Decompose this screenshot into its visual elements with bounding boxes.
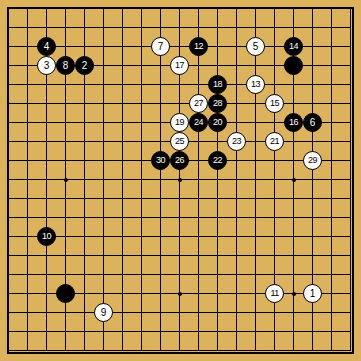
intersection[interactable] xyxy=(37,322,56,341)
intersection[interactable] xyxy=(322,208,341,227)
intersection[interactable] xyxy=(113,189,132,208)
intersection[interactable] xyxy=(132,18,151,37)
intersection[interactable] xyxy=(246,246,265,265)
intersection[interactable] xyxy=(0,75,18,94)
intersection[interactable] xyxy=(56,246,75,265)
intersection[interactable] xyxy=(284,56,303,75)
intersection[interactable] xyxy=(18,18,37,37)
intersection[interactable] xyxy=(113,0,132,18)
intersection[interactable] xyxy=(322,265,341,284)
intersection[interactable] xyxy=(132,208,151,227)
intersection[interactable] xyxy=(303,56,322,75)
intersection[interactable] xyxy=(132,151,151,170)
intersection[interactable] xyxy=(94,189,113,208)
intersection[interactable] xyxy=(0,132,18,151)
intersection[interactable] xyxy=(284,0,303,18)
intersection[interactable] xyxy=(132,322,151,341)
intersection[interactable] xyxy=(303,75,322,94)
intersection[interactable] xyxy=(18,113,37,132)
intersection[interactable] xyxy=(246,265,265,284)
intersection[interactable] xyxy=(18,132,37,151)
intersection[interactable] xyxy=(75,227,94,246)
intersection[interactable] xyxy=(265,189,284,208)
intersection[interactable] xyxy=(56,284,75,303)
intersection[interactable] xyxy=(265,0,284,18)
intersection[interactable] xyxy=(37,151,56,170)
intersection[interactable] xyxy=(341,94,360,113)
intersection[interactable] xyxy=(303,18,322,37)
intersection[interactable] xyxy=(227,75,246,94)
intersection[interactable] xyxy=(151,284,170,303)
intersection[interactable] xyxy=(189,132,208,151)
intersection[interactable] xyxy=(0,341,18,360)
intersection[interactable] xyxy=(189,341,208,360)
intersection[interactable] xyxy=(113,113,132,132)
intersection[interactable] xyxy=(94,341,113,360)
intersection[interactable] xyxy=(189,265,208,284)
intersection[interactable] xyxy=(113,18,132,37)
intersection[interactable] xyxy=(132,341,151,360)
intersection[interactable] xyxy=(0,56,18,75)
intersection[interactable] xyxy=(56,37,75,56)
intersection[interactable]: 21 xyxy=(265,132,284,151)
intersection[interactable] xyxy=(227,113,246,132)
intersection[interactable] xyxy=(189,56,208,75)
intersection[interactable] xyxy=(0,151,18,170)
intersection[interactable] xyxy=(75,18,94,37)
intersection[interactable] xyxy=(322,341,341,360)
intersection[interactable] xyxy=(284,246,303,265)
intersection[interactable] xyxy=(113,246,132,265)
intersection[interactable] xyxy=(56,151,75,170)
intersection[interactable] xyxy=(227,170,246,189)
intersection[interactable] xyxy=(151,94,170,113)
intersection[interactable] xyxy=(227,189,246,208)
intersection[interactable] xyxy=(322,322,341,341)
intersection[interactable] xyxy=(227,37,246,56)
intersection[interactable] xyxy=(246,113,265,132)
intersection[interactable] xyxy=(227,56,246,75)
intersection[interactable] xyxy=(303,341,322,360)
intersection[interactable] xyxy=(227,94,246,113)
intersection[interactable] xyxy=(75,37,94,56)
intersection[interactable] xyxy=(75,208,94,227)
intersection[interactable]: 7 xyxy=(151,37,170,56)
intersection[interactable] xyxy=(75,322,94,341)
intersection[interactable] xyxy=(37,75,56,94)
intersection[interactable] xyxy=(56,75,75,94)
intersection[interactable] xyxy=(18,303,37,322)
intersection[interactable] xyxy=(37,265,56,284)
intersection[interactable] xyxy=(170,303,189,322)
intersection[interactable] xyxy=(170,265,189,284)
intersection[interactable]: 18 xyxy=(208,75,227,94)
intersection[interactable] xyxy=(75,94,94,113)
intersection[interactable]: 8 xyxy=(56,56,75,75)
intersection[interactable] xyxy=(303,265,322,284)
intersection[interactable] xyxy=(151,246,170,265)
intersection[interactable]: 11 xyxy=(265,284,284,303)
intersection[interactable] xyxy=(18,151,37,170)
intersection[interactable] xyxy=(132,0,151,18)
intersection[interactable] xyxy=(0,246,18,265)
intersection[interactable] xyxy=(322,18,341,37)
intersection[interactable]: 25 xyxy=(170,132,189,151)
intersection[interactable] xyxy=(0,37,18,56)
intersection[interactable] xyxy=(132,170,151,189)
intersection[interactable] xyxy=(113,284,132,303)
intersection[interactable]: 24 xyxy=(189,113,208,132)
intersection[interactable] xyxy=(94,0,113,18)
intersection[interactable] xyxy=(246,151,265,170)
intersection[interactable] xyxy=(170,18,189,37)
intersection[interactable] xyxy=(246,322,265,341)
intersection[interactable] xyxy=(151,56,170,75)
intersection[interactable] xyxy=(303,170,322,189)
intersection[interactable] xyxy=(75,189,94,208)
intersection[interactable] xyxy=(75,303,94,322)
intersection[interactable]: 27 xyxy=(189,94,208,113)
intersection[interactable] xyxy=(322,37,341,56)
intersection[interactable] xyxy=(18,227,37,246)
intersection[interactable] xyxy=(322,227,341,246)
intersection[interactable] xyxy=(56,189,75,208)
intersection[interactable] xyxy=(265,341,284,360)
intersection[interactable] xyxy=(132,265,151,284)
intersection[interactable] xyxy=(0,284,18,303)
intersection[interactable] xyxy=(56,132,75,151)
intersection[interactable] xyxy=(94,56,113,75)
intersection[interactable] xyxy=(322,170,341,189)
intersection[interactable] xyxy=(265,303,284,322)
intersection[interactable] xyxy=(56,94,75,113)
intersection[interactable] xyxy=(151,265,170,284)
intersection[interactable] xyxy=(0,170,18,189)
intersection[interactable] xyxy=(208,56,227,75)
intersection[interactable] xyxy=(113,75,132,94)
intersection[interactable]: 23 xyxy=(227,132,246,151)
intersection[interactable] xyxy=(322,113,341,132)
intersection[interactable] xyxy=(37,113,56,132)
intersection[interactable] xyxy=(341,227,360,246)
intersection[interactable] xyxy=(303,37,322,56)
intersection[interactable] xyxy=(246,18,265,37)
intersection[interactable]: 28 xyxy=(208,94,227,113)
intersection[interactable] xyxy=(189,189,208,208)
intersection[interactable] xyxy=(75,113,94,132)
intersection[interactable] xyxy=(208,37,227,56)
intersection[interactable] xyxy=(341,189,360,208)
intersection[interactable] xyxy=(113,56,132,75)
intersection[interactable] xyxy=(227,265,246,284)
intersection[interactable] xyxy=(284,303,303,322)
intersection[interactable] xyxy=(341,322,360,341)
intersection[interactable] xyxy=(227,246,246,265)
intersection[interactable] xyxy=(284,322,303,341)
intersection[interactable] xyxy=(94,151,113,170)
intersection[interactable] xyxy=(113,227,132,246)
intersection[interactable] xyxy=(56,113,75,132)
intersection[interactable]: 1 xyxy=(303,284,322,303)
intersection[interactable] xyxy=(341,151,360,170)
intersection[interactable] xyxy=(37,284,56,303)
intersection[interactable]: 4 xyxy=(37,37,56,56)
intersection[interactable] xyxy=(0,208,18,227)
intersection[interactable] xyxy=(18,37,37,56)
intersection[interactable] xyxy=(170,246,189,265)
intersection[interactable] xyxy=(208,227,227,246)
intersection[interactable] xyxy=(265,322,284,341)
intersection[interactable] xyxy=(37,18,56,37)
intersection[interactable] xyxy=(246,94,265,113)
intersection[interactable] xyxy=(151,0,170,18)
intersection[interactable] xyxy=(265,246,284,265)
intersection[interactable] xyxy=(189,303,208,322)
intersection[interactable] xyxy=(0,189,18,208)
intersection[interactable] xyxy=(189,284,208,303)
intersection[interactable] xyxy=(0,227,18,246)
intersection[interactable] xyxy=(37,132,56,151)
intersection[interactable]: 20 xyxy=(208,113,227,132)
intersection[interactable] xyxy=(113,322,132,341)
intersection[interactable] xyxy=(170,227,189,246)
intersection[interactable] xyxy=(322,75,341,94)
intersection[interactable] xyxy=(18,94,37,113)
intersection[interactable] xyxy=(208,322,227,341)
intersection[interactable] xyxy=(246,227,265,246)
intersection[interactable]: 14 xyxy=(284,37,303,56)
intersection[interactable] xyxy=(18,170,37,189)
intersection[interactable] xyxy=(94,208,113,227)
intersection[interactable] xyxy=(0,0,18,18)
intersection[interactable] xyxy=(151,113,170,132)
intersection[interactable] xyxy=(246,132,265,151)
intersection[interactable] xyxy=(284,18,303,37)
intersection[interactable] xyxy=(56,170,75,189)
intersection[interactable] xyxy=(303,227,322,246)
intersection[interactable] xyxy=(94,132,113,151)
intersection[interactable] xyxy=(227,284,246,303)
intersection[interactable] xyxy=(322,94,341,113)
intersection[interactable] xyxy=(113,341,132,360)
intersection[interactable] xyxy=(132,303,151,322)
intersection[interactable] xyxy=(132,227,151,246)
intersection[interactable] xyxy=(208,208,227,227)
intersection[interactable]: 30 xyxy=(151,151,170,170)
intersection[interactable] xyxy=(94,94,113,113)
intersection[interactable] xyxy=(113,170,132,189)
intersection[interactable] xyxy=(18,265,37,284)
intersection[interactable] xyxy=(37,303,56,322)
intersection[interactable] xyxy=(94,322,113,341)
intersection[interactable] xyxy=(94,18,113,37)
intersection[interactable] xyxy=(284,132,303,151)
intersection[interactable] xyxy=(227,208,246,227)
intersection[interactable] xyxy=(189,322,208,341)
intersection[interactable] xyxy=(208,246,227,265)
intersection[interactable]: 12 xyxy=(189,37,208,56)
intersection[interactable] xyxy=(284,189,303,208)
intersection[interactable] xyxy=(265,151,284,170)
intersection[interactable] xyxy=(284,208,303,227)
intersection[interactable] xyxy=(132,189,151,208)
intersection[interactable] xyxy=(94,75,113,94)
intersection[interactable] xyxy=(56,322,75,341)
intersection[interactable] xyxy=(265,18,284,37)
intersection[interactable]: 22 xyxy=(208,151,227,170)
intersection[interactable]: 17 xyxy=(170,56,189,75)
intersection[interactable] xyxy=(170,170,189,189)
intersection[interactable] xyxy=(170,37,189,56)
intersection[interactable] xyxy=(189,75,208,94)
intersection[interactable] xyxy=(132,113,151,132)
intersection[interactable] xyxy=(94,265,113,284)
intersection[interactable] xyxy=(75,284,94,303)
intersection[interactable] xyxy=(246,341,265,360)
intersection[interactable] xyxy=(75,151,94,170)
intersection[interactable] xyxy=(189,208,208,227)
intersection[interactable] xyxy=(208,132,227,151)
intersection[interactable] xyxy=(303,94,322,113)
intersection[interactable] xyxy=(170,284,189,303)
intersection[interactable] xyxy=(37,170,56,189)
intersection[interactable] xyxy=(303,208,322,227)
intersection[interactable] xyxy=(170,0,189,18)
intersection[interactable] xyxy=(265,113,284,132)
intersection[interactable] xyxy=(189,18,208,37)
intersection[interactable] xyxy=(246,284,265,303)
intersection[interactable] xyxy=(170,341,189,360)
intersection[interactable] xyxy=(246,170,265,189)
intersection[interactable] xyxy=(94,246,113,265)
intersection[interactable] xyxy=(18,56,37,75)
intersection[interactable] xyxy=(151,132,170,151)
intersection[interactable] xyxy=(341,265,360,284)
intersection[interactable] xyxy=(322,284,341,303)
intersection[interactable] xyxy=(208,303,227,322)
intersection[interactable] xyxy=(132,75,151,94)
intersection[interactable] xyxy=(341,208,360,227)
intersection[interactable] xyxy=(284,75,303,94)
intersection[interactable] xyxy=(303,303,322,322)
intersection[interactable] xyxy=(265,208,284,227)
intersection[interactable] xyxy=(113,132,132,151)
intersection[interactable] xyxy=(151,75,170,94)
intersection[interactable] xyxy=(227,151,246,170)
intersection[interactable] xyxy=(265,170,284,189)
intersection[interactable] xyxy=(37,0,56,18)
intersection[interactable] xyxy=(37,246,56,265)
intersection[interactable] xyxy=(170,94,189,113)
intersection[interactable] xyxy=(0,18,18,37)
intersection[interactable] xyxy=(151,303,170,322)
intersection[interactable] xyxy=(341,56,360,75)
intersection[interactable] xyxy=(75,341,94,360)
intersection[interactable] xyxy=(227,341,246,360)
intersection[interactable] xyxy=(151,208,170,227)
intersection[interactable]: 3 xyxy=(37,56,56,75)
intersection[interactable] xyxy=(37,189,56,208)
intersection[interactable] xyxy=(0,322,18,341)
intersection[interactable] xyxy=(18,189,37,208)
intersection[interactable] xyxy=(0,265,18,284)
intersection[interactable] xyxy=(37,208,56,227)
intersection[interactable] xyxy=(322,151,341,170)
intersection[interactable] xyxy=(94,284,113,303)
intersection[interactable] xyxy=(208,18,227,37)
intersection[interactable] xyxy=(341,284,360,303)
intersection[interactable] xyxy=(265,56,284,75)
intersection[interactable] xyxy=(246,0,265,18)
intersection[interactable] xyxy=(113,303,132,322)
intersection[interactable] xyxy=(341,37,360,56)
intersection[interactable]: 26 xyxy=(170,151,189,170)
intersection[interactable] xyxy=(284,341,303,360)
intersection[interactable] xyxy=(189,246,208,265)
intersection[interactable] xyxy=(94,113,113,132)
intersection[interactable] xyxy=(75,132,94,151)
intersection[interactable] xyxy=(284,227,303,246)
intersection[interactable] xyxy=(284,265,303,284)
intersection[interactable] xyxy=(341,113,360,132)
intersection[interactable] xyxy=(18,341,37,360)
intersection[interactable] xyxy=(208,170,227,189)
intersection[interactable] xyxy=(0,303,18,322)
intersection[interactable] xyxy=(0,113,18,132)
intersection[interactable] xyxy=(341,132,360,151)
intersection[interactable] xyxy=(265,265,284,284)
intersection[interactable] xyxy=(18,284,37,303)
intersection[interactable] xyxy=(151,18,170,37)
intersection[interactable] xyxy=(37,341,56,360)
intersection[interactable]: 6 xyxy=(303,113,322,132)
intersection[interactable] xyxy=(132,246,151,265)
intersection[interactable] xyxy=(18,0,37,18)
intersection[interactable] xyxy=(189,227,208,246)
intersection[interactable] xyxy=(170,322,189,341)
intersection[interactable] xyxy=(189,170,208,189)
intersection[interactable] xyxy=(151,227,170,246)
intersection[interactable] xyxy=(132,56,151,75)
intersection[interactable] xyxy=(265,37,284,56)
intersection[interactable] xyxy=(322,0,341,18)
intersection[interactable]: 2 xyxy=(75,56,94,75)
intersection[interactable] xyxy=(170,189,189,208)
intersection[interactable] xyxy=(56,18,75,37)
intersection[interactable] xyxy=(189,151,208,170)
intersection[interactable] xyxy=(132,284,151,303)
intersection[interactable] xyxy=(113,94,132,113)
intersection[interactable] xyxy=(303,322,322,341)
intersection[interactable] xyxy=(18,322,37,341)
intersection[interactable]: 10 xyxy=(37,227,56,246)
intersection[interactable] xyxy=(341,303,360,322)
intersection[interactable] xyxy=(18,75,37,94)
intersection[interactable] xyxy=(303,0,322,18)
intersection[interactable] xyxy=(322,303,341,322)
intersection[interactable] xyxy=(208,265,227,284)
intersection[interactable] xyxy=(246,56,265,75)
intersection[interactable] xyxy=(113,265,132,284)
intersection[interactable] xyxy=(341,0,360,18)
intersection[interactable] xyxy=(151,170,170,189)
intersection[interactable] xyxy=(56,227,75,246)
intersection[interactable] xyxy=(189,0,208,18)
intersection[interactable] xyxy=(56,265,75,284)
intersection[interactable] xyxy=(18,208,37,227)
intersection[interactable] xyxy=(208,0,227,18)
intersection[interactable]: 15 xyxy=(265,94,284,113)
